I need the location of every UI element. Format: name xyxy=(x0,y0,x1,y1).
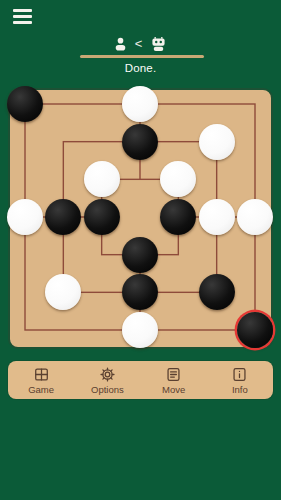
move-button-label: Move xyxy=(162,385,185,395)
point-e5[interactable] xyxy=(160,161,196,197)
options-button[interactable]: Options xyxy=(74,366,140,395)
point-d3[interactable] xyxy=(122,237,158,273)
point-f4[interactable] xyxy=(199,199,235,235)
point-g7[interactable] xyxy=(237,86,273,122)
point-a1[interactable] xyxy=(7,312,43,348)
point-f6[interactable] xyxy=(199,124,235,160)
info-button-label: Info xyxy=(232,385,248,395)
human-player-icon xyxy=(113,36,128,52)
point-g1[interactable] xyxy=(237,312,273,348)
turn-direction-indicator: < xyxy=(135,36,143,52)
turn-indicator-row: < xyxy=(0,35,281,53)
point-a4[interactable] xyxy=(7,199,43,235)
point-d5[interactable] xyxy=(122,161,158,197)
app-screen: < Done. xyxy=(0,0,281,500)
menu-icon[interactable] xyxy=(13,9,32,24)
options-gear-icon xyxy=(99,366,116,383)
turn-underline xyxy=(80,55,204,58)
game-icon xyxy=(33,366,50,383)
info-button[interactable]: Info xyxy=(207,366,273,395)
point-g4[interactable] xyxy=(237,199,273,235)
status-message: Done. xyxy=(0,62,281,74)
point-b6[interactable] xyxy=(45,124,81,160)
point-b4[interactable] xyxy=(45,199,81,235)
info-icon xyxy=(231,366,248,383)
morris-board xyxy=(8,88,273,349)
point-f2[interactable] xyxy=(199,274,235,310)
point-d7[interactable] xyxy=(122,86,158,122)
point-b2[interactable] xyxy=(45,274,81,310)
point-c4[interactable] xyxy=(84,199,120,235)
robot-player-icon xyxy=(149,36,168,52)
move-list-icon xyxy=(165,366,182,383)
point-d1[interactable] xyxy=(122,312,158,348)
point-d2[interactable] xyxy=(122,274,158,310)
move-button[interactable]: Move xyxy=(141,366,207,395)
point-a7[interactable] xyxy=(7,86,43,122)
point-e4[interactable] xyxy=(160,199,196,235)
toolbar: Game Options xyxy=(8,361,273,399)
game-button[interactable]: Game xyxy=(8,366,74,395)
game-button-label: Game xyxy=(28,385,54,395)
point-c3[interactable] xyxy=(84,237,120,273)
point-c5[interactable] xyxy=(84,161,120,197)
point-d6[interactable] xyxy=(122,124,158,160)
point-e3[interactable] xyxy=(160,237,196,273)
options-button-label: Options xyxy=(91,385,124,395)
